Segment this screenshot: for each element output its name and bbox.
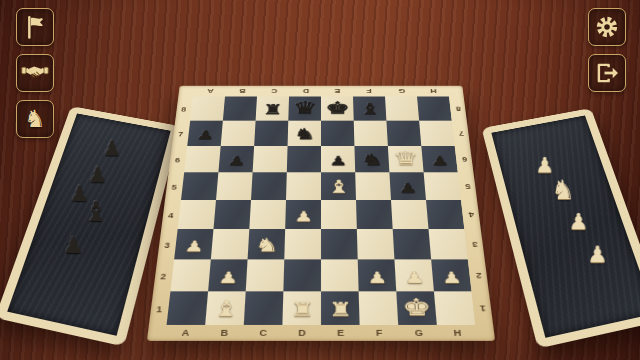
file-label-top-A: A — [206, 88, 213, 95]
square-f1[interactable] — [359, 291, 399, 325]
square-d4[interactable] — [285, 200, 321, 229]
captured-black-bishop: ♝ — [76, 198, 116, 225]
square-c6[interactable] — [253, 146, 288, 172]
square-g3[interactable] — [393, 229, 431, 259]
square-h7[interactable] — [419, 121, 455, 146]
exit-icon — [594, 60, 620, 86]
black-knight-d7[interactable]: ♞ — [285, 126, 323, 141]
rank-label-left-7: 7 — [178, 130, 184, 138]
file-label-bottom-F: F — [376, 327, 383, 338]
square-c2[interactable] — [246, 259, 285, 291]
square-a4[interactable] — [178, 200, 216, 229]
square-d6[interactable] — [287, 146, 321, 172]
square-a6[interactable] — [184, 146, 220, 172]
square-c5[interactable] — [251, 172, 287, 200]
file-label-bottom-G: G — [414, 327, 423, 338]
rank-label-left-4: 4 — [168, 210, 174, 219]
square-g2[interactable] — [394, 259, 433, 291]
square-b4[interactable] — [213, 200, 251, 229]
square-f5[interactable] — [355, 172, 391, 200]
draw-offer-button[interactable] — [16, 54, 54, 92]
black-rook-c8[interactable]: ♜ — [254, 102, 292, 116]
square-b2[interactable] — [208, 259, 247, 291]
square-a8[interactable] — [190, 96, 225, 120]
square-d3[interactable] — [284, 229, 321, 259]
square-b5[interactable] — [216, 172, 253, 200]
rank-label-right-5: 5 — [465, 182, 471, 191]
chess-board-3d: ABCDEFGHABCDEFGH8765432187654321 ♜♛♚♝♟♞♟… — [147, 86, 495, 341]
settings-button[interactable] — [588, 8, 626, 46]
captured-white-knight: ♞ — [543, 176, 583, 203]
white-bishop-e5[interactable]: ♝ — [319, 178, 359, 195]
square-h5[interactable] — [424, 172, 461, 200]
square-a1[interactable] — [167, 291, 209, 325]
black-bishop-f8[interactable]: ♝ — [351, 101, 389, 116]
knight-icon: ♞ — [24, 107, 46, 131]
square-g8[interactable] — [385, 96, 419, 120]
square-d1[interactable] — [282, 291, 321, 325]
square-f4[interactable] — [356, 200, 393, 229]
captured-black-pawn: ♟ — [93, 138, 131, 159]
square-b1[interactable] — [205, 291, 246, 325]
square-e3[interactable] — [321, 229, 358, 259]
black-pawn-b6[interactable]: ♟ — [216, 155, 256, 168]
square-c7[interactable] — [254, 121, 288, 146]
file-label-top-B: B — [238, 88, 245, 95]
rank-label-left-6: 6 — [175, 155, 181, 163]
square-b7[interactable] — [221, 121, 256, 146]
square-a2[interactable] — [170, 259, 210, 291]
captured-white-pawn: ♟ — [525, 155, 564, 176]
square-d2[interactable] — [283, 259, 321, 291]
file-label-bottom-E: E — [337, 327, 344, 338]
rank-label-right-1: 1 — [479, 303, 486, 314]
square-h4[interactable] — [426, 200, 464, 229]
square-h2[interactable] — [431, 259, 471, 291]
file-label-top-D: D — [302, 88, 308, 95]
rank-label-left-1: 1 — [156, 303, 163, 314]
square-a3[interactable] — [174, 229, 213, 259]
rank-label-left-2: 2 — [160, 271, 167, 281]
rank-label-right-3: 3 — [472, 240, 479, 250]
square-b8[interactable] — [223, 96, 257, 120]
square-e7[interactable] — [321, 121, 354, 146]
rank-label-right-2: 2 — [476, 271, 483, 281]
file-label-bottom-B: B — [220, 327, 228, 338]
rank-label-right-4: 4 — [468, 210, 474, 219]
square-f3[interactable] — [357, 229, 395, 259]
rank-label-right-8: 8 — [456, 105, 462, 113]
square-c1[interactable] — [244, 291, 284, 325]
captured-white-pawn: ♟ — [577, 243, 619, 266]
rank-label-left-8: 8 — [181, 105, 187, 113]
square-g4[interactable] — [391, 200, 429, 229]
square-f7[interactable] — [354, 121, 388, 146]
file-label-top-C: C — [270, 88, 277, 95]
board-frame: ABCDEFGHABCDEFGH8765432187654321 ♜♛♚♝♟♞♟… — [147, 86, 495, 341]
captured-black-pawn: ♟ — [53, 234, 94, 257]
captured-white-pieces-tray: ♟♞♟♟ — [482, 108, 640, 349]
file-label-bottom-D: D — [298, 327, 306, 338]
square-f2[interactable] — [358, 259, 397, 291]
square-e4[interactable] — [321, 200, 357, 229]
file-label-bottom-A: A — [181, 327, 190, 338]
file-label-top-F: F — [366, 88, 372, 95]
black-pawn-g5[interactable]: ♟ — [387, 181, 428, 194]
chess-app-screen: { "game": "chess", "app": "3D wooden che… — [0, 0, 640, 360]
black-queen-d8[interactable]: ♛ — [286, 99, 323, 116]
file-label-bottom-C: C — [259, 327, 267, 338]
black-pawn-e6[interactable]: ♟ — [319, 155, 358, 168]
square-e1[interactable] — [321, 291, 360, 325]
handshake-icon — [21, 59, 49, 87]
file-label-top-E: E — [334, 88, 340, 95]
black-king-e8[interactable]: ♚ — [319, 99, 356, 116]
square-e2[interactable] — [321, 259, 359, 291]
exit-button[interactable] — [588, 54, 626, 92]
black-pawn-h6[interactable]: ♟ — [420, 155, 460, 168]
square-h8[interactable] — [417, 96, 452, 120]
square-d5[interactable] — [286, 172, 321, 200]
rank-label-left-3: 3 — [164, 240, 171, 250]
captured-white-pawn: ♟ — [558, 211, 599, 233]
game-menu-knight-button[interactable]: ♞ — [16, 100, 54, 138]
square-h3[interactable] — [429, 229, 468, 259]
square-a5[interactable] — [181, 172, 218, 200]
square-c3[interactable] — [248, 229, 286, 259]
square-h1[interactable] — [434, 291, 476, 325]
black-pawn-a7[interactable]: ♟ — [185, 129, 224, 141]
rank-label-right-7: 7 — [459, 130, 465, 138]
square-g7[interactable] — [386, 121, 421, 146]
square-c4[interactable] — [249, 200, 286, 229]
file-label-top-G: G — [398, 88, 405, 95]
rank-label-left-5: 5 — [171, 182, 177, 191]
rank-label-right-6: 6 — [462, 155, 468, 163]
square-g1[interactable] — [396, 291, 437, 325]
square-b3[interactable] — [211, 229, 249, 259]
file-label-bottom-H: H — [453, 327, 462, 338]
gear-icon — [594, 14, 620, 40]
resign-flag-button[interactable] — [16, 8, 54, 46]
file-label-top-H: H — [429, 88, 436, 95]
flag-icon — [22, 14, 48, 40]
